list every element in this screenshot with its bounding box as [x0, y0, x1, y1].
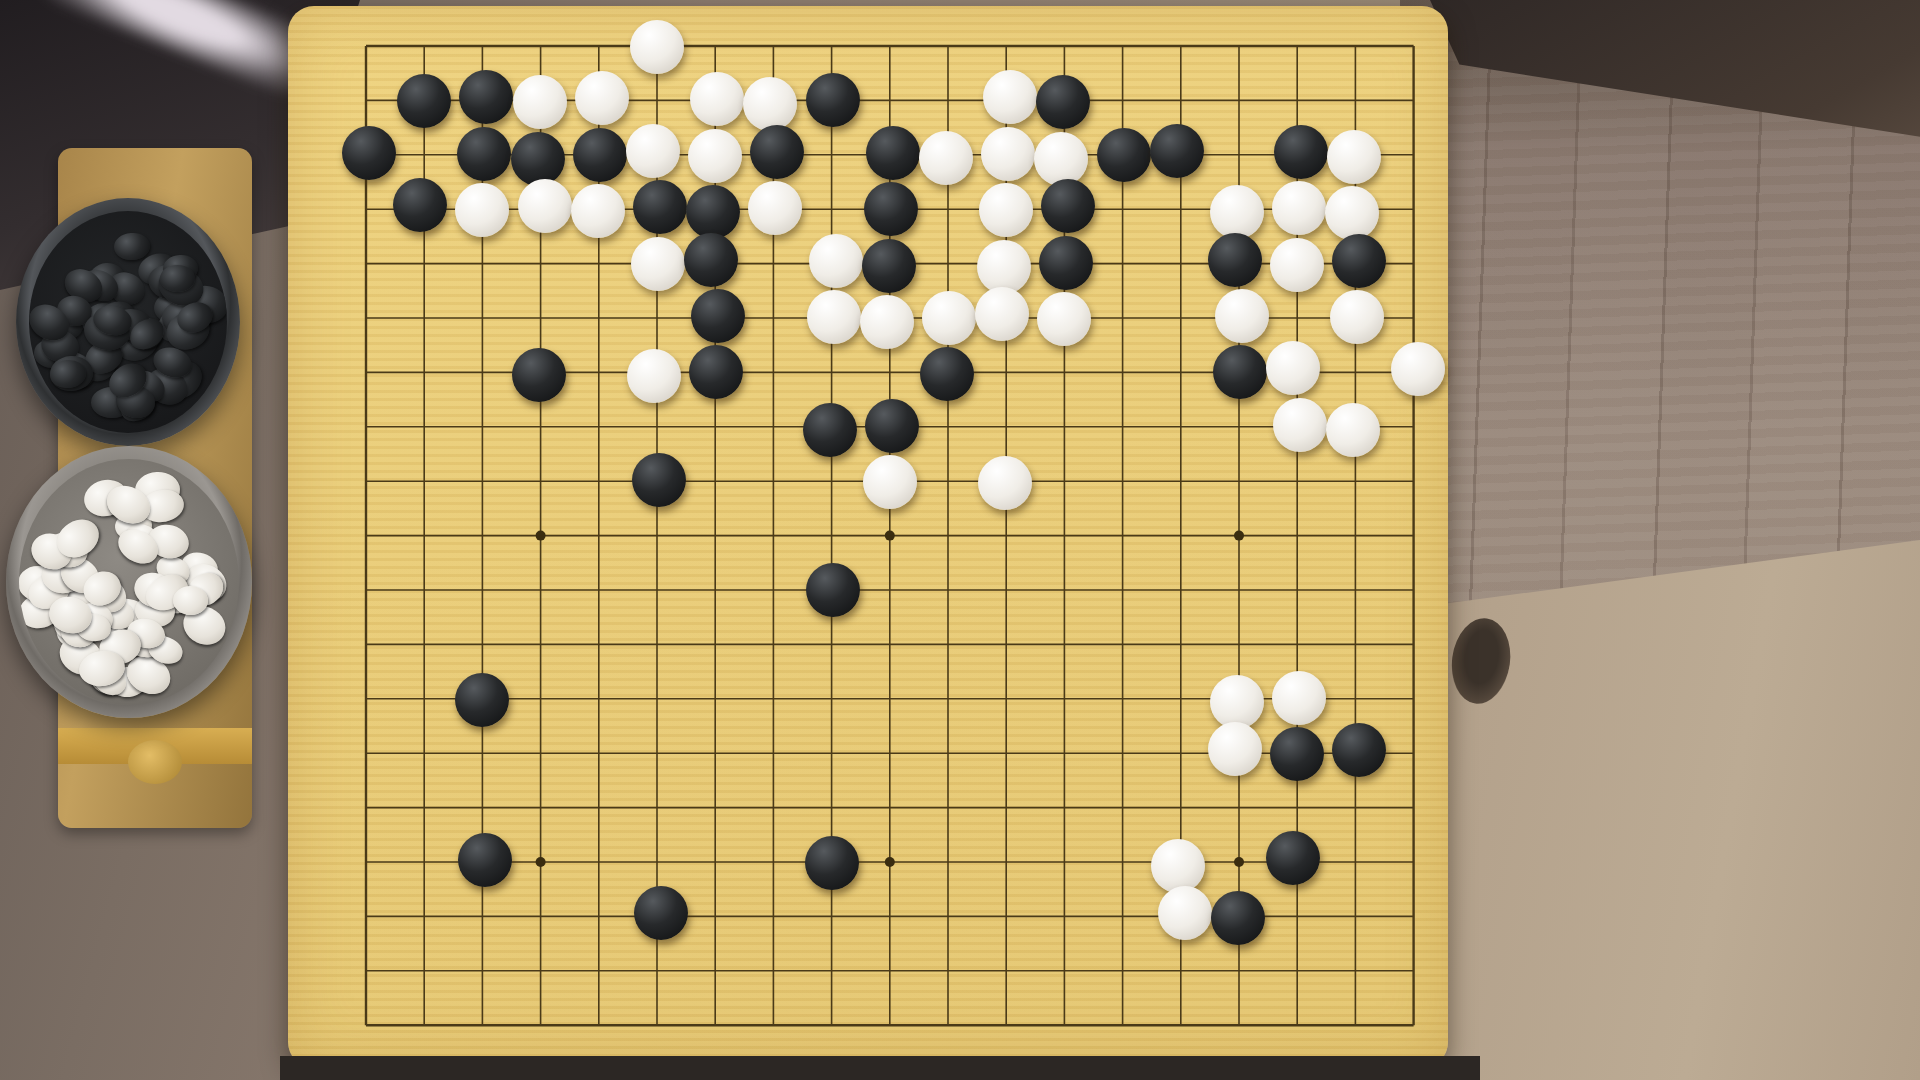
- loose-black-stone: [113, 232, 150, 261]
- white-stone-bowl: [6, 446, 252, 718]
- go-board: [288, 6, 1448, 1068]
- floor-shadow-bottom: [280, 1056, 1480, 1080]
- white-bowl-stones: [19, 459, 239, 705]
- photo-scene: [0, 0, 1920, 1080]
- loose-black-stone: [160, 265, 196, 292]
- black-stone-bowl: [16, 198, 240, 446]
- ribbon-knot: [128, 740, 182, 784]
- black-bowl-stones: [29, 211, 227, 433]
